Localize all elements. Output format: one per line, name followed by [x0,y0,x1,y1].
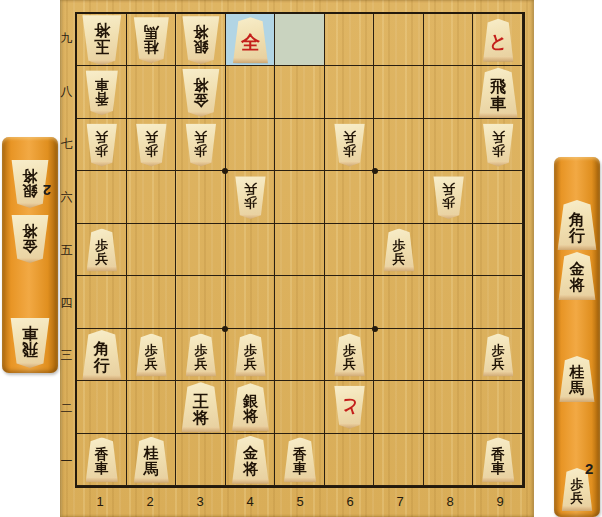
square-9五[interactable] [473,224,523,276]
shogi-app: 玉将桂馬銀将全と香車金将飛車歩兵歩兵歩兵歩兵歩兵歩兵歩兵歩兵歩兵角行歩兵歩兵歩兵… [0,0,602,517]
piece-pawn-bottom[interactable]: 歩兵 [482,333,515,376]
square-2三[interactable]: 歩兵 [127,329,177,381]
square-8八[interactable] [424,66,474,118]
piece-kanji: 金将 [23,222,38,253]
piece-kanji: 飛車 [22,325,38,358]
square-1一[interactable]: 香車 [77,434,127,486]
rank-label-四: 四 [59,277,74,330]
rank-label-八: 八 [59,65,74,118]
piece-pawn-top[interactable]: 歩兵 [432,176,465,219]
square-8一[interactable] [424,434,474,486]
piece-kanji: 歩兵 [244,344,257,371]
square-8九[interactable] [424,14,474,66]
square-1二[interactable] [77,381,127,433]
rank-label-六: 六 [59,171,74,224]
piece-lance-bottom[interactable]: 香車 [282,437,317,482]
piece-kanji: 飛車 [490,79,506,112]
square-5八[interactable] [275,66,325,118]
piece-kanji: 歩兵 [442,183,455,210]
piece-kanji: 角行 [569,211,585,244]
rank-label-七: 七 [59,118,74,171]
square-1四[interactable] [77,276,127,328]
piece-kanji: 香車 [95,77,109,106]
board-grid: 玉将桂馬銀将全と香車金将飛車歩兵歩兵歩兵歩兵歩兵歩兵歩兵歩兵歩兵角行歩兵歩兵歩兵… [75,12,525,488]
piece-pawn-top[interactable]: 歩兵 [184,124,217,167]
square-6六[interactable] [325,171,375,223]
square-7七[interactable] [374,119,424,171]
square-9一[interactable]: 香車 [473,434,523,486]
file-label-9: 9 [475,494,525,512]
square-2九[interactable]: 桂馬 [127,14,177,66]
square-9四[interactable] [473,276,523,328]
square-7一[interactable] [374,434,424,486]
piece-kanji: 歩兵 [244,183,257,210]
piece-kanji: と [340,397,358,416]
piece-pawn-top[interactable]: 歩兵 [85,124,118,167]
square-9二[interactable] [473,381,523,433]
piece-kanji: 歩兵 [95,239,108,266]
hand-piece-knight[interactable]: 桂馬 [558,356,596,402]
hand-piece-gold[interactable]: 金将 [557,252,597,300]
square-2七[interactable]: 歩兵 [127,119,177,171]
piece-kanji: 角行 [94,341,110,374]
square-2四[interactable] [127,276,177,328]
square-2一[interactable]: 桂馬 [127,434,177,486]
square-5一[interactable]: 香車 [275,434,325,486]
square-1五[interactable]: 歩兵 [77,224,127,276]
square-6三[interactable]: 歩兵 [325,329,375,381]
hand-piece-bishop[interactable]: 角行 [556,200,598,250]
file-label-5: 5 [275,494,325,512]
star-point [222,326,228,332]
square-4四[interactable] [226,276,276,328]
piece-kanji: 桂馬 [144,447,159,478]
square-9六[interactable] [473,171,523,223]
square-1八[interactable]: 香車 [77,66,127,118]
piece-kanji: 歩兵 [95,130,108,157]
square-9七[interactable]: 歩兵 [473,119,523,171]
square-8五[interactable] [424,224,474,276]
piece-kanji: 銀将 [243,394,258,425]
file-label-3: 3 [175,494,225,512]
square-3五[interactable] [176,224,226,276]
square-1七[interactable]: 歩兵 [77,119,127,171]
rank-label-九: 九 [59,12,74,65]
square-3四[interactable] [176,276,226,328]
square-6八[interactable] [325,66,375,118]
square-5二[interactable] [275,381,325,433]
file-label-1: 1 [75,494,125,512]
hand-piece-rook[interactable]: 飛車 [9,318,51,368]
square-5三[interactable] [275,329,325,381]
square-7三[interactable] [374,329,424,381]
piece-pawn-bottom[interactable]: 歩兵 [383,228,416,271]
piece-kanji: と [489,33,507,52]
star-point [372,326,378,332]
piece-king-bottom[interactable]: 王将 [180,382,222,432]
square-4二[interactable]: 銀将 [226,381,276,433]
square-8四[interactable] [424,276,474,328]
square-8三[interactable] [424,329,474,381]
square-5五[interactable] [275,224,325,276]
captured-tray-bottom-player: 角行金将桂馬歩兵2 [554,157,600,517]
piece-pawn-bottom[interactable]: 歩兵 [234,333,267,376]
square-9三[interactable]: 歩兵 [473,329,523,381]
square-5六[interactable] [275,171,325,223]
square-8二[interactable] [424,381,474,433]
square-7八[interactable] [374,66,424,118]
hand-count-silver: 2 [43,182,51,199]
square-3二[interactable]: 王将 [176,381,226,433]
square-4一[interactable]: 金将 [226,434,276,486]
piece-king-top[interactable]: 玉将 [81,15,123,65]
square-3一[interactable] [176,434,226,486]
star-point [222,168,228,174]
square-3六[interactable] [176,171,226,223]
file-label-8: 8 [425,494,475,512]
piece-bishop-bottom[interactable]: 角行 [81,330,123,380]
piece-kanji: 歩兵 [571,478,584,505]
piece-pawn-bottom[interactable]: 歩兵 [184,333,217,376]
square-5七[interactable] [275,119,325,171]
square-6七[interactable]: 歩兵 [325,119,375,171]
square-5九[interactable] [275,14,325,66]
square-8七[interactable] [424,119,474,171]
piece-gold-top[interactable]: 金将 [181,69,221,117]
piece-rook-bottom[interactable]: 飛車 [477,68,519,118]
piece-pawn-top[interactable]: 歩兵 [482,124,515,167]
piece-kanji: 香車 [491,448,505,477]
piece-lance-bottom[interactable]: 香車 [481,437,516,482]
piece-kanji: 王将 [193,393,209,426]
rank-label-一: 一 [59,435,74,488]
square-5四[interactable] [275,276,325,328]
piece-kanji: 歩兵 [194,344,207,371]
piece-knight-top[interactable]: 桂馬 [132,17,170,63]
piece-kanji: 全 [241,32,260,52]
file-label-4: 4 [225,494,275,512]
piece-kanji: 銀将 [193,23,208,54]
square-2二[interactable] [127,381,177,433]
square-4六[interactable]: 歩兵 [226,171,276,223]
star-point [372,168,378,174]
piece-kanji: 歩兵 [145,344,158,371]
square-2五[interactable] [127,224,177,276]
square-3八[interactable]: 金将 [176,66,226,118]
piece-pawn-top[interactable]: 歩兵 [234,176,267,219]
square-7二[interactable] [374,381,424,433]
square-6九[interactable] [325,14,375,66]
piece-pawn-bottom[interactable]: 歩兵 [85,228,118,271]
piece-gold-bottom[interactable]: 金将 [230,436,270,484]
square-7六[interactable] [374,171,424,223]
square-3九[interactable]: 銀将 [176,14,226,66]
piece-pawn-top[interactable]: 歩兵 [333,124,366,167]
hand-count-pawn: 2 [585,460,593,477]
square-4九[interactable]: 全 [226,14,276,66]
piece-kanji: 歩兵 [343,130,356,157]
piece-tokin-top[interactable]: と [333,386,366,429]
piece-pawn-top[interactable]: 歩兵 [135,124,168,167]
file-label-2: 2 [125,494,175,512]
rank-label-三: 三 [59,329,74,382]
square-3三[interactable]: 歩兵 [176,329,226,381]
square-2六[interactable] [127,171,177,223]
square-1九[interactable]: 玉将 [77,14,127,66]
piece-silver-bottom[interactable]: 銀将 [230,383,270,431]
piece-kanji: 桂馬 [144,23,159,54]
file-label-6: 6 [325,494,375,512]
square-2八[interactable] [127,66,177,118]
square-6四[interactable] [325,276,375,328]
piece-kanji: 金将 [570,263,585,294]
piece-kanji: 金将 [193,75,208,106]
piece-kanji: 銀将 [23,167,38,198]
piece-tokin-bottom[interactable]: と [482,19,515,62]
rank-label-二: 二 [59,382,74,435]
piece-kanji: 香車 [293,448,307,477]
square-6一[interactable] [325,434,375,486]
piece-pawn-bottom[interactable]: 歩兵 [333,333,366,376]
square-4五[interactable] [226,224,276,276]
square-6二[interactable]: と [325,381,375,433]
piece-kanji: 歩兵 [492,344,505,371]
piece-promoted-knight-bottom[interactable]: 全 [231,17,269,63]
square-7五[interactable]: 歩兵 [374,224,424,276]
piece-kanji: 歩兵 [194,130,207,157]
piece-lance-bottom[interactable]: 香車 [84,437,119,482]
piece-kanji: 香車 [95,448,109,477]
piece-lance-top[interactable]: 香車 [84,70,119,115]
rank-label-五: 五 [59,224,74,277]
piece-pawn-bottom[interactable]: 歩兵 [135,333,168,376]
piece-kanji: 歩兵 [343,344,356,371]
square-4三[interactable]: 歩兵 [226,329,276,381]
piece-kanji: 歩兵 [145,130,158,157]
piece-kanji: 玉将 [94,22,110,55]
file-label-7: 7 [375,494,425,512]
square-7九[interactable] [374,14,424,66]
square-9九[interactable]: と [473,14,523,66]
piece-kanji: 金将 [243,447,258,478]
square-1三[interactable]: 角行 [77,329,127,381]
hand-piece-gold[interactable]: 金将 [10,215,50,263]
square-1六[interactable] [77,171,127,223]
square-9八[interactable]: 飛車 [473,66,523,118]
piece-kanji: 桂馬 [570,366,585,397]
piece-knight-bottom[interactable]: 桂馬 [132,437,170,483]
square-4八[interactable] [226,66,276,118]
square-4七[interactable] [226,119,276,171]
piece-silver-top[interactable]: 銀将 [181,16,221,64]
square-7四[interactable] [374,276,424,328]
captured-tray-top-player: 銀将2金将飛車 [2,137,58,373]
piece-kanji: 歩兵 [492,130,505,157]
square-8六[interactable]: 歩兵 [424,171,474,223]
square-3七[interactable]: 歩兵 [176,119,226,171]
piece-kanji: 歩兵 [393,239,406,266]
square-6五[interactable] [325,224,375,276]
